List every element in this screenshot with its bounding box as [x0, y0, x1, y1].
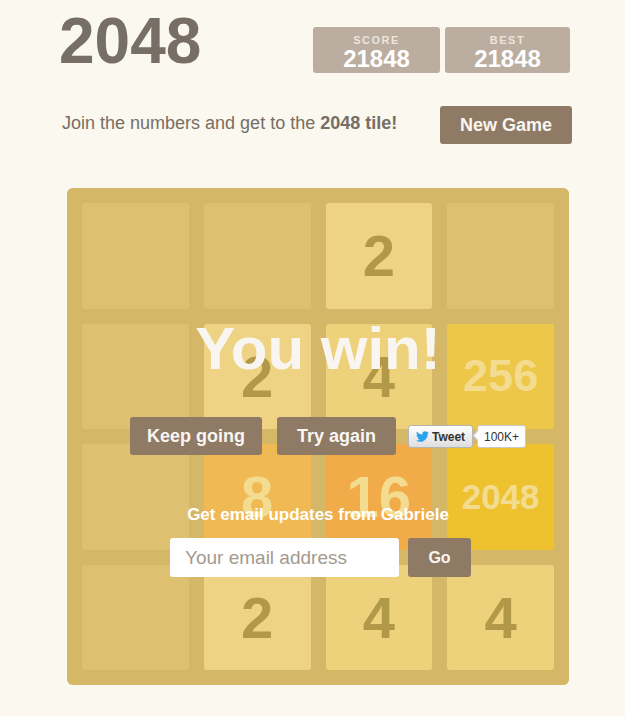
tagline-text: Join the numbers and get to the [62, 113, 320, 133]
try-again-button[interactable]: Try again [277, 417, 396, 455]
game-board: 2242568162048244 You win! Keep going Try… [67, 188, 569, 685]
page-title: 2048 [59, 8, 201, 74]
twitter-bird-icon [416, 430, 429, 443]
tagline: Join the numbers and get to the 2048 til… [62, 112, 397, 134]
page: 2048 SCORE 21848 BEST 21848 Join the num… [0, 0, 625, 716]
tweet-count-value: 100K+ [484, 430, 519, 444]
tweet-label: Tweet [432, 430, 465, 444]
keep-going-button[interactable]: Keep going [130, 417, 262, 455]
win-overlay: You win! Keep going Try again Tweet 100K… [67, 188, 569, 685]
tagline-goal: 2048 tile! [320, 113, 397, 133]
new-game-button[interactable]: New Game [440, 106, 572, 144]
score-value: 21848 [313, 46, 440, 72]
best-box: BEST 21848 [445, 27, 570, 73]
tweet-button[interactable]: Tweet [408, 425, 473, 448]
go-button[interactable]: Go [408, 538, 471, 577]
email-input[interactable] [170, 538, 399, 577]
score-box: SCORE 21848 [313, 27, 440, 73]
best-value: 21848 [445, 46, 570, 72]
win-message: You win! [67, 319, 569, 379]
email-heading: Get email updates from Gabriele [67, 505, 569, 525]
tweet-count-badge[interactable]: 100K+ [477, 425, 526, 448]
